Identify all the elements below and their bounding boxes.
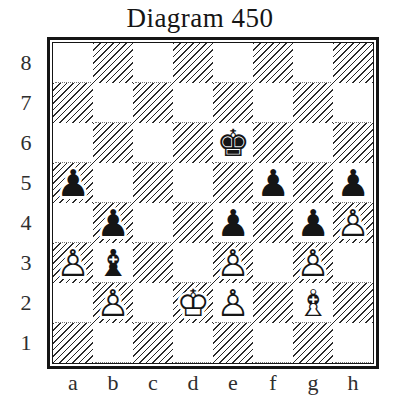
square-e2: ♟♙: [213, 283, 253, 323]
board-inner-frame: ♚♚♟♟♟♟♟♟♟♟♟♟♟♟♟♙♟♙♝♝♟♙♟♙♟♙♚♔♟♙♝♗: [52, 42, 374, 364]
black-pawn-piece: ♟♟: [253, 163, 293, 203]
white-pawn-piece: ♟♙: [333, 203, 373, 243]
rank-label-4: 4: [14, 203, 38, 243]
square-b6: [93, 123, 133, 163]
square-h6: [333, 123, 373, 163]
square-c2: [133, 283, 173, 323]
square-a6: [53, 123, 93, 163]
white-bishop-piece: ♝♗: [293, 283, 333, 323]
white-pawn-piece: ♟♙: [93, 283, 133, 323]
white-pawn-piece: ♟♙: [53, 243, 93, 283]
square-h7: [333, 83, 373, 123]
rank-label-6: 6: [14, 123, 38, 163]
black-king-piece: ♚♚: [213, 123, 253, 163]
file-label-c: c: [133, 370, 173, 396]
square-b7: [93, 83, 133, 123]
square-e3: ♟♙: [213, 243, 253, 283]
rank-labels: 87654321: [14, 43, 38, 363]
square-e7: [213, 83, 253, 123]
black-pawn-piece: ♟♟: [53, 163, 93, 203]
black-pawn-piece: ♟♟: [213, 203, 253, 243]
square-e4: ♟♟: [213, 203, 253, 243]
chess-diagram-page: Diagram 450 87654321 ♚♚♟♟♟♟♟♟♟♟♟♟♟♟♟♙♟♙♝…: [0, 0, 400, 400]
square-a1: [53, 323, 93, 363]
square-d2: ♚♔: [173, 283, 213, 323]
board-grid: ♚♚♟♟♟♟♟♟♟♟♟♟♟♟♟♙♟♙♝♝♟♙♟♙♟♙♚♔♟♙♝♗: [53, 43, 373, 363]
white-king-piece: ♚♔: [173, 283, 213, 323]
square-g7: [293, 83, 333, 123]
file-label-e: e: [213, 370, 253, 396]
square-f7: [253, 83, 293, 123]
square-d8: [173, 43, 213, 83]
file-labels: abcdefgh: [53, 370, 373, 396]
square-c8: [133, 43, 173, 83]
square-c6: [133, 123, 173, 163]
square-e8: [213, 43, 253, 83]
square-b3: ♝♝: [93, 243, 133, 283]
square-f2: [253, 283, 293, 323]
square-f1: [253, 323, 293, 363]
rank-label-1: 1: [14, 323, 38, 363]
white-pawn-piece: ♟♙: [213, 283, 253, 323]
square-e1: [213, 323, 253, 363]
rank-label-8: 8: [14, 43, 38, 83]
square-a2: [53, 283, 93, 323]
square-a4: [53, 203, 93, 243]
file-label-h: h: [333, 370, 373, 396]
square-d4: [173, 203, 213, 243]
square-f5: ♟♟: [253, 163, 293, 203]
black-bishop-piece: ♝♝: [93, 243, 133, 283]
file-label-a: a: [53, 370, 93, 396]
square-f6: [253, 123, 293, 163]
square-g1: [293, 323, 333, 363]
square-a5: ♟♟: [53, 163, 93, 203]
square-f8: [253, 43, 293, 83]
square-h4: ♟♙: [333, 203, 373, 243]
square-g3: ♟♙: [293, 243, 333, 283]
white-pawn-piece: ♟♙: [293, 243, 333, 283]
square-h5: ♟♟: [333, 163, 373, 203]
square-a8: [53, 43, 93, 83]
square-a3: ♟♙: [53, 243, 93, 283]
square-h2: [333, 283, 373, 323]
square-f4: [253, 203, 293, 243]
chess-board: ♚♚♟♟♟♟♟♟♟♟♟♟♟♟♟♙♟♙♝♝♟♙♟♙♟♙♚♔♟♙♝♗: [47, 37, 379, 369]
square-g6: [293, 123, 333, 163]
square-b5: [93, 163, 133, 203]
white-pawn-piece: ♟♙: [213, 243, 253, 283]
square-g2: ♝♗: [293, 283, 333, 323]
rank-label-2: 2: [14, 283, 38, 323]
black-pawn-piece: ♟♟: [333, 163, 373, 203]
square-c5: [133, 163, 173, 203]
file-label-g: g: [293, 370, 333, 396]
square-g5: [293, 163, 333, 203]
file-label-b: b: [93, 370, 133, 396]
square-e5: [213, 163, 253, 203]
square-d6: [173, 123, 213, 163]
square-f3: [253, 243, 293, 283]
square-e6: ♚♚: [213, 123, 253, 163]
square-g8: [293, 43, 333, 83]
square-b4: ♟♟: [93, 203, 133, 243]
file-label-f: f: [253, 370, 293, 396]
square-d3: [173, 243, 213, 283]
diagram-title: Diagram 450: [0, 3, 400, 34]
rank-label-3: 3: [14, 243, 38, 283]
square-b8: [93, 43, 133, 83]
file-label-d: d: [173, 370, 213, 396]
square-b2: ♟♙: [93, 283, 133, 323]
square-d5: [173, 163, 213, 203]
square-g4: ♟♟: [293, 203, 333, 243]
square-h1: [333, 323, 373, 363]
black-pawn-piece: ♟♟: [293, 203, 333, 243]
square-b1: [93, 323, 133, 363]
square-c4: [133, 203, 173, 243]
rank-label-5: 5: [14, 163, 38, 203]
square-h8: [333, 43, 373, 83]
square-d7: [173, 83, 213, 123]
square-d1: [173, 323, 213, 363]
square-c1: [133, 323, 173, 363]
square-h3: [333, 243, 373, 283]
square-c3: [133, 243, 173, 283]
rank-label-7: 7: [14, 83, 38, 123]
square-a7: [53, 83, 93, 123]
black-pawn-piece: ♟♟: [93, 203, 133, 243]
square-c7: [133, 83, 173, 123]
